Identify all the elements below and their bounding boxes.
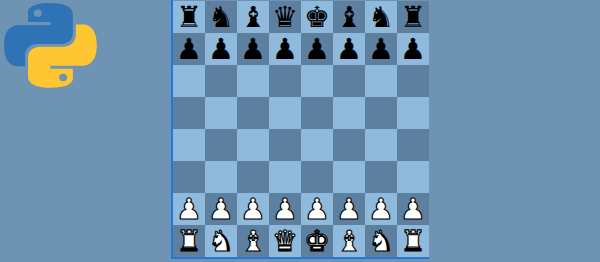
piece-black-queen[interactable]: ♛ [272, 1, 298, 33]
piece-black-pawn[interactable]: ♟ [336, 33, 362, 65]
piece-black-pawn[interactable]: ♟ [240, 33, 266, 65]
piece-black-rook[interactable]: ♜ [400, 1, 426, 33]
square-e3[interactable] [301, 161, 333, 193]
piece-white-pawn[interactable]: ♟ [336, 193, 362, 225]
piece-white-pawn[interactable]: ♟ [368, 193, 394, 225]
square-f1[interactable]: ♝ [333, 225, 365, 257]
piece-white-pawn[interactable]: ♟ [176, 193, 202, 225]
square-d4[interactable] [269, 129, 301, 161]
piece-white-pawn[interactable]: ♟ [304, 193, 330, 225]
piece-white-pawn[interactable]: ♟ [208, 193, 234, 225]
piece-black-knight[interactable]: ♞ [368, 1, 394, 33]
square-e6[interactable] [301, 65, 333, 97]
square-b3[interactable] [205, 161, 237, 193]
square-f7[interactable]: ♟ [333, 33, 365, 65]
square-f8[interactable]: ♝ [333, 1, 365, 33]
piece-white-knight[interactable]: ♞ [368, 225, 394, 257]
square-f4[interactable] [333, 129, 365, 161]
square-f2[interactable]: ♟ [333, 193, 365, 225]
square-h6[interactable] [397, 65, 429, 97]
square-d1[interactable]: ♛ [269, 225, 301, 257]
piece-white-pawn[interactable]: ♟ [272, 193, 298, 225]
square-b1[interactable]: ♞ [205, 225, 237, 257]
square-a4[interactable] [173, 129, 205, 161]
square-d6[interactable] [269, 65, 301, 97]
square-h2[interactable]: ♟ [397, 193, 429, 225]
square-g6[interactable] [365, 65, 397, 97]
piece-white-rook[interactable]: ♜ [400, 225, 426, 257]
python-logo-svg [4, 3, 97, 88]
piece-black-king[interactable]: ♚ [304, 1, 330, 33]
python-logo [4, 3, 97, 88]
square-a5[interactable] [173, 97, 205, 129]
chess-board: ♜♞♝♛♚♝♞♜♟♟♟♟♟♟♟♟♟♟♟♟♟♟♟♟♜♞♝♛♚♝♞♜ [173, 1, 429, 257]
piece-black-bishop[interactable]: ♝ [240, 1, 266, 33]
square-a8[interactable]: ♜ [173, 1, 205, 33]
square-b5[interactable] [205, 97, 237, 129]
square-c5[interactable] [237, 97, 269, 129]
square-g2[interactable]: ♟ [365, 193, 397, 225]
square-b4[interactable] [205, 129, 237, 161]
square-c4[interactable] [237, 129, 269, 161]
piece-black-knight[interactable]: ♞ [208, 1, 234, 33]
square-e5[interactable] [301, 97, 333, 129]
square-h8[interactable]: ♜ [397, 1, 429, 33]
square-e4[interactable] [301, 129, 333, 161]
square-b8[interactable]: ♞ [205, 1, 237, 33]
piece-white-rook[interactable]: ♜ [176, 225, 202, 257]
square-a7[interactable]: ♟ [173, 33, 205, 65]
square-d7[interactable]: ♟ [269, 33, 301, 65]
square-b2[interactable]: ♟ [205, 193, 237, 225]
square-e1[interactable]: ♚ [301, 225, 333, 257]
piece-black-rook[interactable]: ♜ [176, 1, 202, 33]
piece-white-knight[interactable]: ♞ [208, 225, 234, 257]
piece-black-pawn[interactable]: ♟ [176, 33, 202, 65]
square-f5[interactable] [333, 97, 365, 129]
square-a3[interactable] [173, 161, 205, 193]
square-a1[interactable]: ♜ [173, 225, 205, 257]
square-h3[interactable] [397, 161, 429, 193]
square-c2[interactable]: ♟ [237, 193, 269, 225]
piece-black-pawn[interactable]: ♟ [368, 33, 394, 65]
square-d8[interactable]: ♛ [269, 1, 301, 33]
app-window: ♜♞♝♛♚♝♞♜♟♟♟♟♟♟♟♟♟♟♟♟♟♟♟♟♜♞♝♛♚♝♞♜ [0, 0, 600, 262]
square-c3[interactable] [237, 161, 269, 193]
square-a2[interactable]: ♟ [173, 193, 205, 225]
square-e7[interactable]: ♟ [301, 33, 333, 65]
piece-white-pawn[interactable]: ♟ [240, 193, 266, 225]
square-h4[interactable] [397, 129, 429, 161]
piece-white-pawn[interactable]: ♟ [400, 193, 426, 225]
square-g8[interactable]: ♞ [365, 1, 397, 33]
square-g4[interactable] [365, 129, 397, 161]
square-g3[interactable] [365, 161, 397, 193]
piece-white-queen[interactable]: ♛ [272, 225, 298, 257]
square-f3[interactable] [333, 161, 365, 193]
square-d3[interactable] [269, 161, 301, 193]
square-h5[interactable] [397, 97, 429, 129]
square-e2[interactable]: ♟ [301, 193, 333, 225]
square-h1[interactable]: ♜ [397, 225, 429, 257]
square-c7[interactable]: ♟ [237, 33, 269, 65]
square-c8[interactable]: ♝ [237, 1, 269, 33]
square-d2[interactable]: ♟ [269, 193, 301, 225]
square-b6[interactable] [205, 65, 237, 97]
square-g7[interactable]: ♟ [365, 33, 397, 65]
piece-white-bishop[interactable]: ♝ [240, 225, 266, 257]
board-border-bottom [171, 257, 429, 259]
piece-black-pawn[interactable]: ♟ [208, 33, 234, 65]
piece-white-bishop[interactable]: ♝ [336, 225, 362, 257]
square-a6[interactable] [173, 65, 205, 97]
piece-white-king[interactable]: ♚ [304, 225, 330, 257]
square-d5[interactable] [269, 97, 301, 129]
piece-black-pawn[interactable]: ♟ [400, 33, 426, 65]
square-g1[interactable]: ♞ [365, 225, 397, 257]
square-c1[interactable]: ♝ [237, 225, 269, 257]
piece-black-pawn[interactable]: ♟ [272, 33, 298, 65]
square-c6[interactable] [237, 65, 269, 97]
square-h7[interactable]: ♟ [397, 33, 429, 65]
piece-black-pawn[interactable]: ♟ [304, 33, 330, 65]
piece-black-bishop[interactable]: ♝ [336, 1, 362, 33]
square-b7[interactable]: ♟ [205, 33, 237, 65]
square-e8[interactable]: ♚ [301, 1, 333, 33]
square-g5[interactable] [365, 97, 397, 129]
square-f6[interactable] [333, 65, 365, 97]
